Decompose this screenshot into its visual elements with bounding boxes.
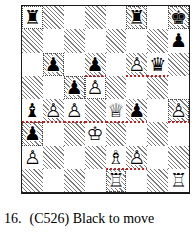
chess-diagram-page: ♜♜♚♟♟♟♟♙♛♟♟♙♝♟♙♟♙♛♕♟♟♙♟♚♔♟♙♝♗♟♙♜♖♜♖ 16.(…: [0, 0, 196, 237]
square-b5: [43, 76, 64, 99]
square-c4: ♟♙: [64, 99, 85, 122]
square-a5: [22, 76, 43, 99]
square-b1: [43, 169, 64, 192]
piece-white-pawn: ♙: [66, 101, 83, 120]
piece-black-pawn: ♟: [128, 101, 145, 120]
square-e2: ♝♗: [106, 146, 127, 169]
square-c7: [64, 29, 85, 52]
square-d8: [85, 6, 106, 29]
piece-white-rook: ♖: [170, 171, 187, 190]
square-e5: [106, 76, 127, 99]
square-c6: [64, 53, 85, 76]
square-g4: [147, 99, 168, 122]
piece-black-pawn: ♟: [45, 55, 62, 74]
square-a3: ♟: [22, 122, 43, 145]
square-d2: [85, 146, 106, 169]
square-f2: ♟♙: [126, 146, 147, 169]
square-b8: [43, 6, 64, 29]
square-b6: ♟: [43, 53, 64, 76]
piece-white-pawn: ♙: [87, 78, 104, 97]
square-f5: [126, 76, 147, 99]
square-g6: ♛: [147, 53, 168, 76]
piece-black-pawn: ♟: [170, 31, 187, 50]
piece-black-rook: ♜: [24, 8, 41, 27]
square-b7: [43, 29, 64, 52]
piece-white-pawn: ♙: [128, 55, 145, 74]
square-a6: [22, 53, 43, 76]
square-a4: ♝: [22, 99, 43, 122]
square-c1: [64, 169, 85, 192]
square-g1: [147, 169, 168, 192]
square-e7: [106, 29, 127, 52]
square-h3: [168, 122, 189, 145]
square-b4: ♟♙: [43, 99, 64, 122]
diagram-caption-text: (C526) Black to move: [30, 211, 155, 226]
square-a8: ♜: [22, 6, 43, 29]
piece-black-pawn: ♟: [66, 78, 83, 97]
square-h4: ♟♙: [168, 99, 189, 122]
square-h8: ♚: [168, 6, 189, 29]
piece-white-king: ♔: [87, 124, 104, 143]
square-h2: [168, 146, 189, 169]
square-f1: [126, 169, 147, 192]
square-f6: ♟♙: [126, 53, 147, 76]
piece-white-pawn: ♙: [45, 101, 62, 120]
square-a2: ♟♙: [22, 146, 43, 169]
square-g7: [147, 29, 168, 52]
square-h7: ♟: [168, 29, 189, 52]
square-d3: ♚♔: [85, 122, 106, 145]
diagram-caption: 16.(C526) Black to move: [4, 211, 194, 227]
square-g3: [147, 122, 168, 145]
square-g2: [147, 146, 168, 169]
square-e8: [106, 6, 127, 29]
square-c5: ♟: [64, 76, 85, 99]
square-a7: [22, 29, 43, 52]
piece-white-pawn: ♙: [24, 148, 41, 167]
piece-white-pawn: ♙: [128, 148, 145, 167]
square-f7: [126, 29, 147, 52]
piece-black-king: ♚: [170, 8, 187, 27]
square-d5: ♟♙: [85, 76, 106, 99]
square-e1: ♜♖: [106, 169, 127, 192]
square-e3: [106, 122, 127, 145]
square-b2: [43, 146, 64, 169]
square-f8: ♜: [126, 6, 147, 29]
square-g8: [147, 6, 168, 29]
square-c3: [64, 122, 85, 145]
square-d7: [85, 29, 106, 52]
square-g5: [147, 76, 168, 99]
square-f3: [126, 122, 147, 145]
square-h1: ♜♖: [168, 169, 189, 192]
piece-black-queen: ♛: [149, 55, 166, 74]
diagram-number: 16.: [4, 211, 22, 226]
piece-black-pawn: ♟: [24, 124, 41, 143]
square-h6: [168, 53, 189, 76]
square-a1: [22, 169, 43, 192]
chess-board: ♜♜♚♟♟♟♟♙♛♟♟♙♝♟♙♟♙♛♕♟♟♙♟♚♔♟♙♝♗♟♙♜♖♜♖: [21, 5, 190, 194]
square-d1: [85, 169, 106, 192]
square-c2: [64, 146, 85, 169]
square-c8: [64, 6, 85, 29]
square-h5: [168, 76, 189, 99]
square-e6: [106, 53, 127, 76]
piece-white-queen: ♕: [107, 101, 124, 120]
piece-white-bishop: ♗: [107, 148, 124, 167]
square-b3: [43, 122, 64, 145]
piece-white-pawn: ♙: [170, 101, 187, 120]
square-e4: ♛♕: [106, 99, 127, 122]
square-d4: [85, 99, 106, 122]
square-f4: ♟: [126, 99, 147, 122]
piece-black-pawn: ♟: [87, 55, 104, 74]
piece-black-bishop: ♝: [24, 101, 41, 120]
piece-black-rook: ♜: [128, 8, 145, 27]
square-d6: ♟: [85, 53, 106, 76]
piece-white-rook: ♖: [107, 171, 124, 190]
